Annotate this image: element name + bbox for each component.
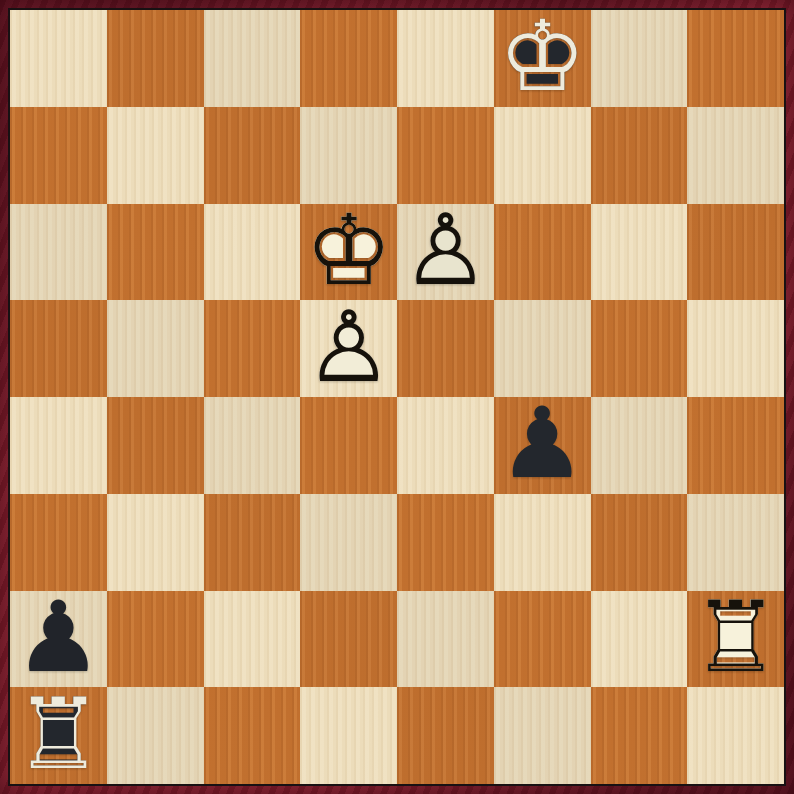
square-e5[interactable] — [397, 300, 494, 397]
square-g1[interactable] — [591, 687, 688, 784]
square-c7[interactable] — [204, 107, 301, 204]
square-g4[interactable] — [591, 397, 688, 494]
square-a7[interactable] — [10, 107, 107, 204]
square-g8[interactable] — [591, 10, 688, 107]
square-a2[interactable]: ♟ — [10, 591, 107, 688]
square-c8[interactable] — [204, 10, 301, 107]
square-f8[interactable]: ♚♔ — [494, 10, 591, 107]
square-c3[interactable] — [204, 494, 301, 591]
white-rook-icon: ♜ — [687, 591, 784, 686]
square-c2[interactable] — [204, 591, 301, 688]
piece-white-king-d6[interactable]: ♚♔ — [300, 204, 397, 301]
square-c6[interactable] — [204, 204, 301, 301]
square-f5[interactable] — [494, 300, 591, 397]
piece-white-pawn-e6[interactable]: ♟♙ — [397, 204, 494, 301]
square-d2[interactable] — [300, 591, 397, 688]
square-h2[interactable]: ♜♖ — [687, 591, 784, 688]
square-c4[interactable] — [204, 397, 301, 494]
square-f4[interactable]: ♟ — [494, 397, 591, 494]
square-g5[interactable] — [591, 300, 688, 397]
square-a3[interactable] — [10, 494, 107, 591]
black-rook-outline-icon: ♖ — [10, 687, 107, 782]
square-h1[interactable] — [687, 687, 784, 784]
square-f1[interactable] — [494, 687, 591, 784]
square-e2[interactable] — [397, 591, 494, 688]
piece-black-king-f8[interactable]: ♚♔ — [494, 10, 591, 107]
white-pawn-outline-icon: ♙ — [300, 300, 397, 395]
square-e7[interactable] — [397, 107, 494, 204]
white-king-outline-icon: ♔ — [300, 204, 397, 299]
white-pawn-icon: ♟ — [397, 204, 494, 299]
square-h6[interactable] — [687, 204, 784, 301]
square-g7[interactable] — [591, 107, 688, 204]
square-h7[interactable] — [687, 107, 784, 204]
square-f3[interactable] — [494, 494, 591, 591]
square-d1[interactable] — [300, 687, 397, 784]
piece-black-pawn-a2[interactable]: ♟ — [10, 591, 107, 688]
square-e8[interactable] — [397, 10, 494, 107]
square-b7[interactable] — [107, 107, 204, 204]
square-b1[interactable] — [107, 687, 204, 784]
square-g3[interactable] — [591, 494, 688, 591]
square-b4[interactable] — [107, 397, 204, 494]
square-d6[interactable]: ♚♔ — [300, 204, 397, 301]
square-h8[interactable] — [687, 10, 784, 107]
square-b8[interactable] — [107, 10, 204, 107]
white-pawn-icon: ♟ — [300, 300, 397, 395]
square-e3[interactable] — [397, 494, 494, 591]
square-d7[interactable] — [300, 107, 397, 204]
square-b5[interactable] — [107, 300, 204, 397]
square-a5[interactable] — [10, 300, 107, 397]
piece-white-rook-h2[interactable]: ♜♖ — [687, 591, 784, 688]
white-rook-outline-icon: ♖ — [687, 591, 784, 686]
piece-white-pawn-d5[interactable]: ♟♙ — [300, 300, 397, 397]
square-f7[interactable] — [494, 107, 591, 204]
black-pawn-icon: ♟ — [494, 397, 591, 492]
square-g2[interactable] — [591, 591, 688, 688]
square-g6[interactable] — [591, 204, 688, 301]
square-a4[interactable] — [10, 397, 107, 494]
square-e1[interactable] — [397, 687, 494, 784]
square-h5[interactable] — [687, 300, 784, 397]
white-pawn-outline-icon: ♙ — [397, 204, 494, 299]
black-pawn-icon: ♟ — [10, 591, 107, 686]
square-f6[interactable] — [494, 204, 591, 301]
white-king-icon: ♚ — [300, 204, 397, 299]
black-rook-icon: ♜ — [10, 687, 107, 782]
square-b6[interactable] — [107, 204, 204, 301]
square-a1[interactable]: ♜♖ — [10, 687, 107, 784]
square-h3[interactable] — [687, 494, 784, 591]
black-king-outline-icon: ♔ — [494, 10, 591, 105]
square-d8[interactable] — [300, 10, 397, 107]
square-d5[interactable]: ♟♙ — [300, 300, 397, 397]
square-d4[interactable] — [300, 397, 397, 494]
board-frame: ♚♔♚♔♟♙♟♙♟♟♜♖♜♖ — [0, 0, 794, 794]
square-a8[interactable] — [10, 10, 107, 107]
black-king-icon: ♚ — [494, 10, 591, 105]
chess-board: ♚♔♚♔♟♙♟♙♟♟♜♖♜♖ — [8, 8, 786, 786]
square-a6[interactable] — [10, 204, 107, 301]
square-b3[interactable] — [107, 494, 204, 591]
piece-black-rook-a1[interactable]: ♜♖ — [10, 687, 107, 784]
square-e6[interactable]: ♟♙ — [397, 204, 494, 301]
square-c5[interactable] — [204, 300, 301, 397]
square-d3[interactable] — [300, 494, 397, 591]
square-b2[interactable] — [107, 591, 204, 688]
piece-black-pawn-f4[interactable]: ♟ — [494, 397, 591, 494]
square-e4[interactable] — [397, 397, 494, 494]
square-f2[interactable] — [494, 591, 591, 688]
square-h4[interactable] — [687, 397, 784, 494]
square-c1[interactable] — [204, 687, 301, 784]
